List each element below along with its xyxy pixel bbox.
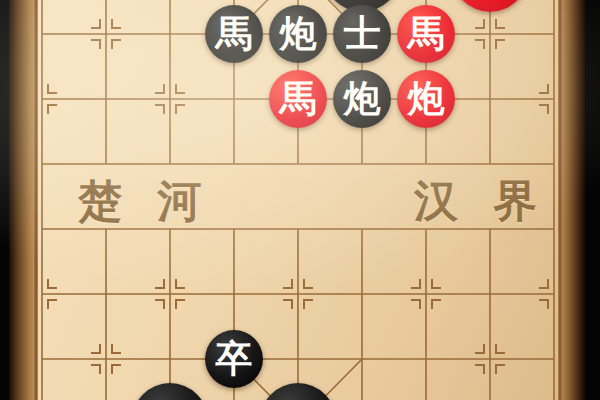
- river-label-chu-he: 楚 河: [78, 172, 211, 231]
- piece-red-馬[interactable]: 馬: [269, 70, 327, 128]
- piece-black-馬[interactable]: 馬: [205, 5, 263, 63]
- piece-black-卒[interactable]: 卒: [205, 330, 263, 388]
- xiangqi-app: 楚 河 汉 界 馬炮士馬馬炮炮卒: [0, 0, 600, 400]
- left-letterbox-bar: [0, 0, 9, 400]
- river-label-han-jie: 汉 界: [414, 172, 547, 231]
- board-left-wood-edge: [9, 0, 38, 400]
- right-letterbox-bar: [585, 0, 600, 400]
- piece-red-馬[interactable]: 馬: [397, 5, 455, 63]
- piece-black-炮[interactable]: 炮: [269, 5, 327, 63]
- board-right-wood-edge: [558, 0, 586, 400]
- piece-red-炮[interactable]: 炮: [397, 70, 455, 128]
- piece-black-炮[interactable]: 炮: [333, 70, 391, 128]
- piece-black-士[interactable]: 士: [333, 5, 391, 63]
